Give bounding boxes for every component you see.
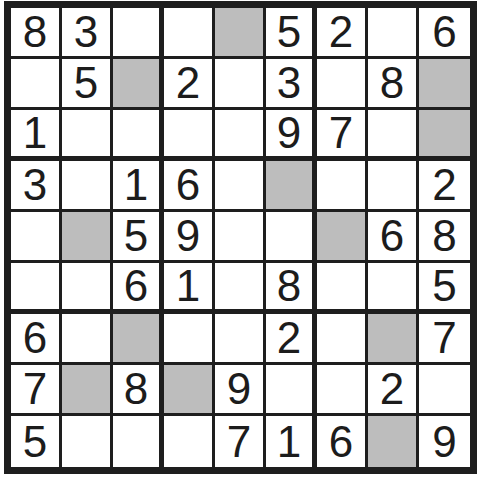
cell-r2c3-shaded[interactable]: [113, 59, 164, 110]
cell-r5c3: 5: [113, 212, 164, 263]
cell-r4c8[interactable]: [368, 161, 419, 212]
cell-r1c1: 8: [11, 8, 62, 59]
cell-r2c8: 8: [368, 59, 419, 110]
cell-r4c5[interactable]: [215, 161, 266, 212]
cell-r9c2[interactable]: [62, 416, 113, 467]
cell-r1c5-shaded[interactable]: [215, 8, 266, 59]
cell-r9c9: 9: [419, 416, 470, 467]
cell-r5c2-shaded[interactable]: [62, 212, 113, 263]
cell-r5c7-shaded[interactable]: [317, 212, 368, 263]
cell-r7c4[interactable]: [164, 314, 215, 365]
page: 835265238197316259686185627789257169: [0, 0, 481, 479]
cell-r3c7: 7: [317, 110, 368, 161]
cell-r3c5[interactable]: [215, 110, 266, 161]
cell-r4c2[interactable]: [62, 161, 113, 212]
cell-r3c6: 9: [266, 110, 317, 161]
cell-r2c2: 5: [62, 59, 113, 110]
cell-r4c4: 6: [164, 161, 215, 212]
cell-r8c3: 8: [113, 365, 164, 416]
cell-r2c1[interactable]: [11, 59, 62, 110]
cell-r5c5[interactable]: [215, 212, 266, 263]
cell-r6c4: 1: [164, 263, 215, 314]
cell-r1c8[interactable]: [368, 8, 419, 59]
cell-r7c8-shaded[interactable]: [368, 314, 419, 365]
cell-r4c3: 1: [113, 161, 164, 212]
cell-r8c8: 2: [368, 365, 419, 416]
cell-r8c1: 7: [11, 365, 62, 416]
cell-r8c9[interactable]: [419, 365, 470, 416]
sudoku-board: 835265238197316259686185627789257169: [4, 1, 477, 474]
cell-r5c1[interactable]: [11, 212, 62, 263]
cell-r6c9: 5: [419, 263, 470, 314]
cell-r1c7: 2: [317, 8, 368, 59]
cell-r3c3[interactable]: [113, 110, 164, 161]
cell-r2c9-shaded[interactable]: [419, 59, 470, 110]
cell-r8c4-shaded[interactable]: [164, 365, 215, 416]
cell-r7c5[interactable]: [215, 314, 266, 365]
cell-r1c9: 6: [419, 8, 470, 59]
cell-r9c1: 5: [11, 416, 62, 467]
cell-r7c3-shaded[interactable]: [113, 314, 164, 365]
cell-r9c3[interactable]: [113, 416, 164, 467]
cell-r5c6[interactable]: [266, 212, 317, 263]
cell-r4c7[interactable]: [317, 161, 368, 212]
cell-r9c7: 6: [317, 416, 368, 467]
cell-r8c6[interactable]: [266, 365, 317, 416]
cell-r9c6: 1: [266, 416, 317, 467]
cell-r6c8[interactable]: [368, 263, 419, 314]
cell-r9c5: 7: [215, 416, 266, 467]
cell-r4c1: 3: [11, 161, 62, 212]
cell-r8c5: 9: [215, 365, 266, 416]
cell-r4c9: 2: [419, 161, 470, 212]
cell-r6c3: 6: [113, 263, 164, 314]
cell-r3c4[interactable]: [164, 110, 215, 161]
cell-r1c4[interactable]: [164, 8, 215, 59]
cell-r1c6: 5: [266, 8, 317, 59]
cell-r8c7[interactable]: [317, 365, 368, 416]
cell-r6c2[interactable]: [62, 263, 113, 314]
cell-r7c1: 6: [11, 314, 62, 365]
cell-r2c6: 3: [266, 59, 317, 110]
cell-r3c1: 1: [11, 110, 62, 161]
cell-r9c8-shaded[interactable]: [368, 416, 419, 467]
cell-r6c1[interactable]: [11, 263, 62, 314]
cell-r7c6: 2: [266, 314, 317, 365]
cell-r6c7[interactable]: [317, 263, 368, 314]
cell-r6c6: 8: [266, 263, 317, 314]
cell-r3c8[interactable]: [368, 110, 419, 161]
cell-r2c4: 2: [164, 59, 215, 110]
cell-r5c8: 6: [368, 212, 419, 263]
cell-r9c4[interactable]: [164, 416, 215, 467]
cell-r7c2[interactable]: [62, 314, 113, 365]
cell-r1c3[interactable]: [113, 8, 164, 59]
cell-r3c2[interactable]: [62, 110, 113, 161]
cell-r8c2-shaded[interactable]: [62, 365, 113, 416]
cell-r2c5[interactable]: [215, 59, 266, 110]
cell-r7c9: 7: [419, 314, 470, 365]
cell-r6c5[interactable]: [215, 263, 266, 314]
cell-r5c9: 8: [419, 212, 470, 263]
cell-r7c7[interactable]: [317, 314, 368, 365]
cell-r3c9-shaded[interactable]: [419, 110, 470, 161]
cell-r2c7[interactable]: [317, 59, 368, 110]
cell-r5c4: 9: [164, 212, 215, 263]
cell-r1c2: 3: [62, 8, 113, 59]
cell-r4c6-shaded[interactable]: [266, 161, 317, 212]
